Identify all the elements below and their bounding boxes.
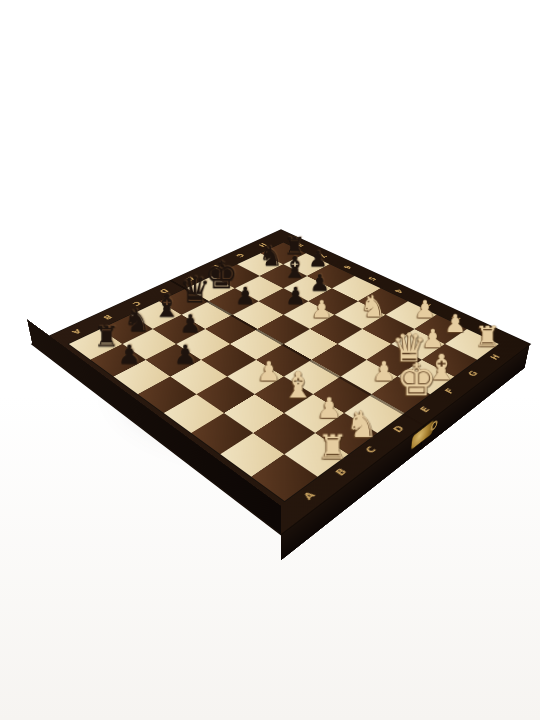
black-pawn-e7[interactable]: ♟ [227, 284, 263, 307]
black-pawn-c7[interactable]: ♟ [172, 311, 209, 336]
clasp-ring-icon [430, 419, 438, 433]
black-pawn-a7[interactable]: ♟ [110, 342, 150, 368]
white-king-e1[interactable]: ♚ [396, 358, 438, 403]
black-pawn-b6[interactable]: ♟ [166, 342, 206, 368]
white-pawn-f5[interactable]: ♟ [304, 297, 341, 321]
white-rook-h1[interactable]: ♜ [468, 323, 506, 351]
white-knight-g4[interactable]: ♞ [355, 292, 392, 322]
white-rook-b1[interactable]: ♜ [309, 431, 355, 465]
